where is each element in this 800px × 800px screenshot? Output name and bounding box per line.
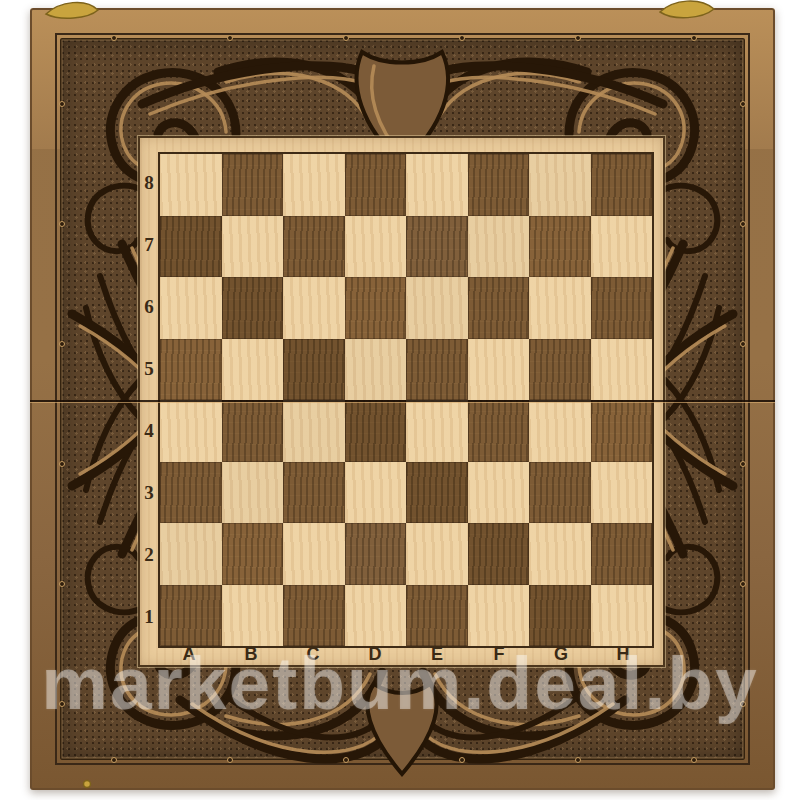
file-label-b: B bbox=[220, 644, 282, 665]
square-c2[interactable] bbox=[283, 523, 345, 585]
square-b8[interactable] bbox=[222, 154, 284, 216]
top-right-clasp-icon bbox=[660, 1, 714, 18]
square-d5[interactable] bbox=[345, 339, 407, 401]
file-label-c: C bbox=[282, 644, 344, 665]
product-photo: 87654321 ABCDEFGH marketbum.deal.by bbox=[0, 0, 800, 800]
file-label-d: D bbox=[344, 644, 406, 665]
square-c8[interactable] bbox=[283, 154, 345, 216]
square-c7[interactable] bbox=[283, 216, 345, 278]
square-h2[interactable] bbox=[591, 523, 653, 585]
square-g5[interactable] bbox=[529, 339, 591, 401]
square-h8[interactable] bbox=[591, 154, 653, 216]
file-label-g: G bbox=[530, 644, 592, 665]
file-label-h: H bbox=[592, 644, 654, 665]
square-b4[interactable] bbox=[222, 400, 284, 462]
square-e7[interactable] bbox=[406, 216, 468, 278]
square-a5[interactable] bbox=[160, 339, 222, 401]
bottom-brass-pin-icon bbox=[84, 781, 91, 788]
square-b6[interactable] bbox=[222, 277, 284, 339]
square-a6[interactable] bbox=[160, 277, 222, 339]
square-d1[interactable] bbox=[345, 585, 407, 647]
rank-label-6: 6 bbox=[140, 276, 158, 338]
carved-chess-box: 87654321 ABCDEFGH bbox=[30, 8, 775, 790]
square-b1[interactable] bbox=[222, 585, 284, 647]
square-d2[interactable] bbox=[345, 523, 407, 585]
square-h5[interactable] bbox=[591, 339, 653, 401]
rank-label-4: 4 bbox=[140, 400, 158, 462]
square-c1[interactable] bbox=[283, 585, 345, 647]
square-e3[interactable] bbox=[406, 462, 468, 524]
square-h6[interactable] bbox=[591, 277, 653, 339]
square-a7[interactable] bbox=[160, 216, 222, 278]
square-b5[interactable] bbox=[222, 339, 284, 401]
square-d6[interactable] bbox=[345, 277, 407, 339]
fold-seam bbox=[30, 400, 775, 403]
square-d4[interactable] bbox=[345, 400, 407, 462]
square-h7[interactable] bbox=[591, 216, 653, 278]
square-d3[interactable] bbox=[345, 462, 407, 524]
square-e6[interactable] bbox=[406, 277, 468, 339]
rank-label-7: 7 bbox=[140, 214, 158, 276]
square-c4[interactable] bbox=[283, 400, 345, 462]
square-e1[interactable] bbox=[406, 585, 468, 647]
square-g2[interactable] bbox=[529, 523, 591, 585]
square-c3[interactable] bbox=[283, 462, 345, 524]
file-label-f: F bbox=[468, 644, 530, 665]
square-b7[interactable] bbox=[222, 216, 284, 278]
file-labels: ABCDEFGH bbox=[158, 644, 654, 665]
square-h3[interactable] bbox=[591, 462, 653, 524]
square-h4[interactable] bbox=[591, 400, 653, 462]
square-g8[interactable] bbox=[529, 154, 591, 216]
rank-label-3: 3 bbox=[140, 462, 158, 524]
square-f1[interactable] bbox=[468, 585, 530, 647]
square-a2[interactable] bbox=[160, 523, 222, 585]
square-d8[interactable] bbox=[345, 154, 407, 216]
rank-label-2: 2 bbox=[140, 524, 158, 586]
rank-label-1: 1 bbox=[140, 586, 158, 648]
square-e2[interactable] bbox=[406, 523, 468, 585]
square-a1[interactable] bbox=[160, 585, 222, 647]
square-d7[interactable] bbox=[345, 216, 407, 278]
square-g4[interactable] bbox=[529, 400, 591, 462]
square-g7[interactable] bbox=[529, 216, 591, 278]
square-a4[interactable] bbox=[160, 400, 222, 462]
square-f5[interactable] bbox=[468, 339, 530, 401]
top-left-clasp-icon bbox=[46, 2, 98, 18]
square-g1[interactable] bbox=[529, 585, 591, 647]
square-g6[interactable] bbox=[529, 277, 591, 339]
rank-label-8: 8 bbox=[140, 152, 158, 214]
square-f7[interactable] bbox=[468, 216, 530, 278]
file-label-a: A bbox=[158, 644, 220, 665]
square-f4[interactable] bbox=[468, 400, 530, 462]
square-c5[interactable] bbox=[283, 339, 345, 401]
square-f6[interactable] bbox=[468, 277, 530, 339]
rank-label-5: 5 bbox=[140, 338, 158, 400]
square-a3[interactable] bbox=[160, 462, 222, 524]
square-b2[interactable] bbox=[222, 523, 284, 585]
square-c6[interactable] bbox=[283, 277, 345, 339]
square-a8[interactable] bbox=[160, 154, 222, 216]
square-e4[interactable] bbox=[406, 400, 468, 462]
square-f2[interactable] bbox=[468, 523, 530, 585]
square-f8[interactable] bbox=[468, 154, 530, 216]
square-e5[interactable] bbox=[406, 339, 468, 401]
square-g3[interactable] bbox=[529, 462, 591, 524]
square-f3[interactable] bbox=[468, 462, 530, 524]
file-label-e: E bbox=[406, 644, 468, 665]
square-e8[interactable] bbox=[406, 154, 468, 216]
square-h1[interactable] bbox=[591, 585, 653, 647]
square-b3[interactable] bbox=[222, 462, 284, 524]
